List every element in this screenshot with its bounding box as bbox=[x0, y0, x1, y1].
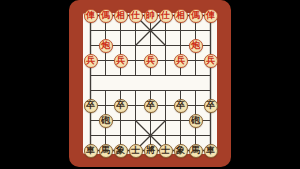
piece-red-horse[interactable]: 傌 bbox=[189, 9, 203, 23]
piece-red-advisor[interactable]: 仕 bbox=[129, 9, 143, 23]
piece-black-soldier[interactable]: 卒 bbox=[204, 99, 218, 113]
piece-red-general[interactable]: 帥 bbox=[144, 9, 158, 23]
piece-black-elephant[interactable]: 象 bbox=[114, 144, 128, 158]
piece-black-cannon[interactable]: 砲 bbox=[99, 114, 113, 128]
piece-red-soldier[interactable]: 兵 bbox=[174, 54, 188, 68]
piece-black-chariot[interactable]: 車 bbox=[204, 144, 218, 158]
piece-black-horse[interactable]: 馬 bbox=[189, 144, 203, 158]
xiangqi-board-frame: 俥傌相仕帥仕相傌俥炮炮兵兵兵兵兵卒卒卒卒卒砲砲車馬象士將士象馬車 bbox=[69, 0, 231, 167]
piece-black-advisor[interactable]: 士 bbox=[129, 144, 143, 158]
piece-grid: 俥傌相仕帥仕相傌俥炮炮兵兵兵兵兵卒卒卒卒卒砲砲車馬象士將士象馬車 bbox=[83, 8, 218, 158]
piece-black-general[interactable]: 將 bbox=[144, 144, 158, 158]
piece-red-elephant[interactable]: 相 bbox=[114, 9, 128, 23]
piece-red-cannon[interactable]: 炮 bbox=[99, 39, 113, 53]
piece-red-elephant[interactable]: 相 bbox=[174, 9, 188, 23]
piece-black-chariot[interactable]: 車 bbox=[84, 144, 98, 158]
xiangqi-board-surface[interactable]: 俥傌相仕帥仕相傌俥炮炮兵兵兵兵兵卒卒卒卒卒砲砲車馬象士將士象馬車 bbox=[83, 13, 217, 154]
piece-black-soldier[interactable]: 卒 bbox=[114, 99, 128, 113]
piece-black-soldier[interactable]: 卒 bbox=[144, 99, 158, 113]
piece-black-elephant[interactable]: 象 bbox=[174, 144, 188, 158]
piece-red-soldier[interactable]: 兵 bbox=[114, 54, 128, 68]
piece-red-chariot[interactable]: 俥 bbox=[84, 9, 98, 23]
piece-red-chariot[interactable]: 俥 bbox=[204, 9, 218, 23]
piece-red-cannon[interactable]: 炮 bbox=[189, 39, 203, 53]
piece-red-soldier[interactable]: 兵 bbox=[204, 54, 218, 68]
piece-red-horse[interactable]: 傌 bbox=[99, 9, 113, 23]
piece-black-soldier[interactable]: 卒 bbox=[174, 99, 188, 113]
piece-black-advisor[interactable]: 士 bbox=[159, 144, 173, 158]
screenshot-stage: 俥傌相仕帥仕相傌俥炮炮兵兵兵兵兵卒卒卒卒卒砲砲車馬象士將士象馬車 bbox=[0, 0, 300, 169]
piece-black-soldier[interactable]: 卒 bbox=[84, 99, 98, 113]
piece-red-soldier[interactable]: 兵 bbox=[84, 54, 98, 68]
piece-red-soldier[interactable]: 兵 bbox=[144, 54, 158, 68]
piece-red-advisor[interactable]: 仕 bbox=[159, 9, 173, 23]
piece-black-horse[interactable]: 馬 bbox=[99, 144, 113, 158]
piece-black-cannon[interactable]: 砲 bbox=[189, 114, 203, 128]
